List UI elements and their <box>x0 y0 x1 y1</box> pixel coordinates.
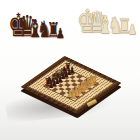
chess-set-product-photo: ♚♛♝♞♜♟ ♚♛♝♞♜♟ ♜♟♟♜♞♟♟♞♝♟♟♝♛♟♟♛♚♟♟♚♝♟♟♝♞♟… <box>0 0 140 140</box>
display-piece-light-rook: ♜ <box>115 16 125 37</box>
display-piece-light-king: ♚ <box>73 5 83 37</box>
dark-pieces-display-row: ♚♛♝♞♜♟ <box>4 9 63 41</box>
display-piece-dark-pawn: ♟ <box>54 25 64 41</box>
light-pieces-display-row: ♚♛♝♞♜♟ <box>73 5 136 37</box>
board-square <box>71 97 78 101</box>
pawn-glyph: ♟ <box>128 22 137 36</box>
pawn-glyph: ♟ <box>56 26 65 40</box>
display-piece-dark-king: ♚ <box>4 9 14 41</box>
display-piece-light-pawn: ♟ <box>126 21 136 37</box>
board-grid <box>43 69 100 102</box>
